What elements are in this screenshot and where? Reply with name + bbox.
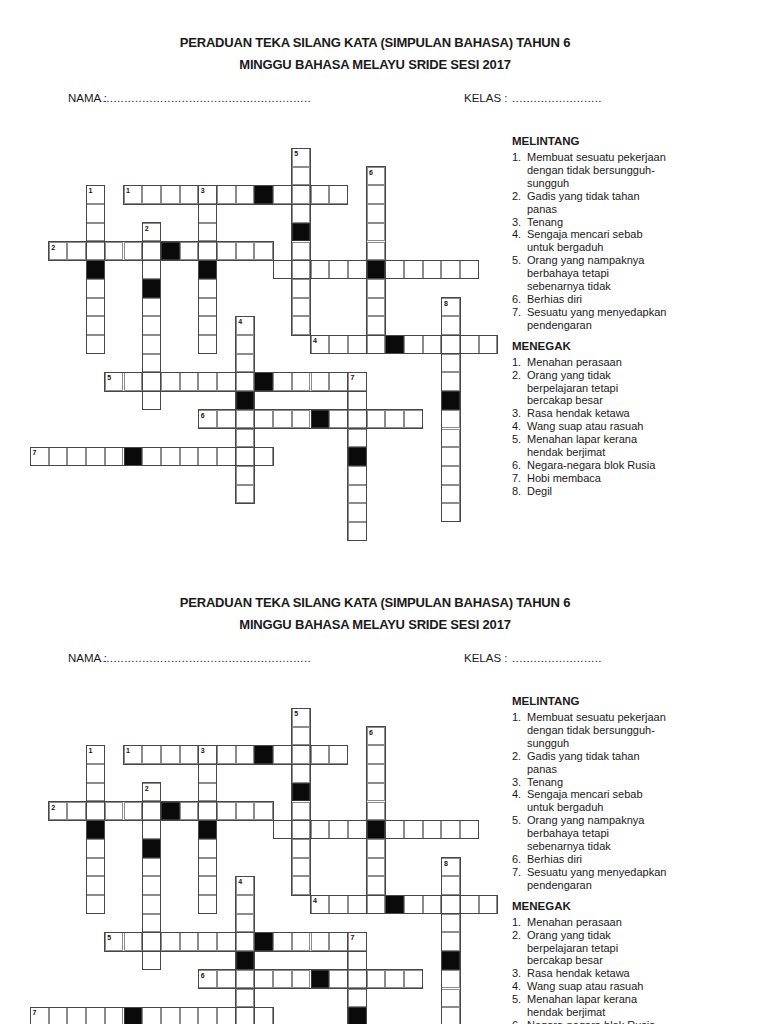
crossword-cell[interactable] xyxy=(142,876,161,895)
clue-number-label: 4 xyxy=(238,878,242,885)
crossword-cell[interactable] xyxy=(161,447,180,466)
clue-number-label: 6 xyxy=(369,729,373,736)
black-separator-cell xyxy=(161,242,180,261)
crossword-cell[interactable] xyxy=(198,447,217,466)
crossword-cell[interactable] xyxy=(273,970,292,989)
crossword-cell[interactable] xyxy=(217,242,236,261)
crossword-cell[interactable] xyxy=(441,354,460,373)
crossword-cell[interactable] xyxy=(254,447,273,466)
clue-down-5: 5.Menahan lapar kerana hendak berjimat xyxy=(512,993,766,1019)
crossword-cell[interactable] xyxy=(161,745,180,764)
crossword-cell[interactable] xyxy=(367,802,386,821)
crossword-cell[interactable] xyxy=(142,298,161,317)
crossword-cell[interactable] xyxy=(348,335,367,354)
black-separator-cell xyxy=(348,1007,367,1024)
crossword-cell[interactable] xyxy=(198,335,217,354)
crossword-cell[interactable] xyxy=(198,372,217,391)
crossword-cell[interactable] xyxy=(348,410,367,429)
class-label: KELAS : xyxy=(464,92,507,104)
crossword-cell[interactable] xyxy=(124,372,143,391)
crossword-cell[interactable] xyxy=(292,802,311,821)
crossword-cell[interactable] xyxy=(329,185,348,204)
crossword-cell[interactable] xyxy=(348,895,367,914)
class-fill-line[interactable]: ..................................... xyxy=(512,92,602,104)
crossword-cell[interactable] xyxy=(142,932,161,951)
clue-text: Negara-negara blok Rusia xyxy=(527,459,655,472)
clue-num: 5. xyxy=(512,254,527,293)
crossword-cell[interactable] xyxy=(105,1007,124,1024)
crossword-cell[interactable] xyxy=(441,1007,460,1024)
crossword-cell[interactable] xyxy=(441,316,460,335)
crossword-cell[interactable] xyxy=(367,279,386,298)
crossword-cell[interactable] xyxy=(441,410,460,429)
crossword-cell[interactable] xyxy=(236,970,255,989)
crossword-cell[interactable] xyxy=(404,895,423,914)
crossword-cell[interactable] xyxy=(180,185,199,204)
crossword-cell[interactable] xyxy=(86,876,105,895)
crossword-cell[interactable] xyxy=(367,876,386,895)
crossword-cell[interactable] xyxy=(161,1007,180,1024)
crossword-cell[interactable] xyxy=(198,858,217,877)
crossword-cell[interactable] xyxy=(142,447,161,466)
crossword-cell[interactable] xyxy=(86,802,105,821)
crossword-cell[interactable] xyxy=(161,185,180,204)
name-fill-line[interactable]: ........................................… xyxy=(99,652,311,664)
clue-text: Sengaja mencari sebab untuk bergaduh xyxy=(527,228,643,254)
crossword-cell[interactable] xyxy=(236,447,255,466)
crossword-cell[interactable] xyxy=(404,335,423,354)
crossword-cell[interactable] xyxy=(86,783,105,802)
crossword-cell[interactable] xyxy=(236,932,255,951)
crossword-cell[interactable] xyxy=(441,372,460,391)
crossword-cell[interactable] xyxy=(198,298,217,317)
crossword-cell[interactable] xyxy=(254,802,273,821)
crossword-cell[interactable] xyxy=(86,895,105,914)
crossword-cell[interactable] xyxy=(198,783,217,802)
clue-across-2: 2.Gadis yang tidak tahan panas xyxy=(512,750,766,776)
crossword-cell[interactable] xyxy=(292,167,311,186)
crossword-cell[interactable] xyxy=(460,895,479,914)
crossword-cell[interactable] xyxy=(367,895,386,914)
clue-down-3: 3.Rasa hendak ketawa xyxy=(512,407,766,420)
black-separator-cell xyxy=(161,802,180,821)
crossword-cell[interactable] xyxy=(142,185,161,204)
crossword-cell[interactable] xyxy=(423,335,442,354)
crossword-cell[interactable] xyxy=(441,447,460,466)
crossword-cell[interactable] xyxy=(311,932,330,951)
crossword-cell[interactable] xyxy=(236,410,255,429)
crossword-cell[interactable] xyxy=(142,372,161,391)
crossword-cell[interactable] xyxy=(142,260,161,279)
crossword-cell[interactable] xyxy=(236,354,255,373)
crossword-cell[interactable] xyxy=(329,820,348,839)
crossword-cell[interactable] xyxy=(329,372,348,391)
clue-number-label: 8 xyxy=(444,860,448,867)
crossword-cell[interactable] xyxy=(348,989,367,1008)
crossword-cell[interactable] xyxy=(292,298,311,317)
crossword-cell[interactable] xyxy=(404,820,423,839)
black-separator-cell xyxy=(254,745,273,764)
crossword-cell[interactable] xyxy=(273,410,292,429)
clue-number-label: 1 xyxy=(126,747,130,754)
crossword-cell[interactable] xyxy=(142,335,161,354)
clue-num: 5. xyxy=(512,993,527,1019)
crossword-cell[interactable] xyxy=(292,372,311,391)
crossword-cell[interactable] xyxy=(441,820,460,839)
crossword-cell[interactable] xyxy=(142,914,161,933)
crossword-cell[interactable] xyxy=(348,466,367,485)
clue-text: Hobi membaca xyxy=(527,472,601,485)
black-separator-cell xyxy=(236,951,255,970)
crossword-cell[interactable] xyxy=(385,260,404,279)
black-separator-cell xyxy=(311,970,330,989)
crossword-cell[interactable] xyxy=(217,745,236,764)
worksheet-page-1: PERADUAN TEKA SILANG KATA (SIMPULAN BAHA… xyxy=(0,0,768,561)
crossword-cell[interactable] xyxy=(198,932,217,951)
crossword-cell[interactable] xyxy=(105,242,124,261)
crossword-cell[interactable] xyxy=(441,429,460,448)
crossword-cell[interactable] xyxy=(86,298,105,317)
crossword-cell[interactable] xyxy=(217,185,236,204)
crossword-cell[interactable] xyxy=(198,802,217,821)
crossword-cell[interactable] xyxy=(404,260,423,279)
crossword-cell[interactable] xyxy=(236,242,255,261)
crossword-cell[interactable] xyxy=(86,316,105,335)
doc-title-line2: MINGGU BAHASA MELAYU SRIDE SESI 2017 xyxy=(0,57,750,72)
crossword-cell[interactable] xyxy=(329,335,348,354)
clue-number-label: 3 xyxy=(201,747,205,754)
crossword-cell[interactable] xyxy=(67,242,86,261)
crossword-cell[interactable] xyxy=(292,839,311,858)
crossword-cell[interactable] xyxy=(441,970,460,989)
crossword-cell[interactable] xyxy=(292,820,311,839)
crossword-cell[interactable] xyxy=(217,1007,236,1024)
clue-down-4: 4.Wang suap atau rasuah xyxy=(512,420,766,433)
crossword-cell[interactable] xyxy=(236,1007,255,1024)
crossword-cell[interactable] xyxy=(142,802,161,821)
crossword-cell[interactable] xyxy=(367,185,386,204)
crossword-cell[interactable] xyxy=(479,335,498,354)
crossword-cell[interactable] xyxy=(311,185,330,204)
black-separator-cell xyxy=(367,820,386,839)
crossword-cell[interactable] xyxy=(367,223,386,242)
crossword-cell[interactable] xyxy=(292,727,311,746)
crossword-cell[interactable] xyxy=(348,260,367,279)
crossword-cell[interactable] xyxy=(142,354,161,373)
crossword-cell[interactable] xyxy=(367,839,386,858)
crossword-cell[interactable] xyxy=(236,895,255,914)
crossword-cell[interactable] xyxy=(161,932,180,951)
crossword-cell[interactable] xyxy=(441,876,460,895)
clue-num: 6. xyxy=(512,459,527,472)
crossword-cell[interactable] xyxy=(273,185,292,204)
crossword-cell[interactable] xyxy=(311,372,330,391)
crossword-cell[interactable] xyxy=(367,298,386,317)
clue-across-3: 3.Tenang xyxy=(512,216,766,229)
crossword-cell[interactable] xyxy=(67,1007,86,1024)
crossword-cell[interactable] xyxy=(236,485,255,504)
crossword-cell[interactable] xyxy=(348,970,367,989)
crossword-cell[interactable] xyxy=(198,895,217,914)
crossword-cell[interactable] xyxy=(49,447,68,466)
crossword-cell[interactable] xyxy=(180,932,199,951)
crossword-cell[interactable] xyxy=(142,951,161,970)
clue-num: 4. xyxy=(512,228,527,254)
crossword-cell[interactable] xyxy=(105,802,124,821)
crossword-cell[interactable] xyxy=(292,279,311,298)
crossword-cell[interactable] xyxy=(86,204,105,223)
crossword-cell[interactable] xyxy=(292,316,311,335)
crossword-cell[interactable] xyxy=(217,372,236,391)
crossword-cell[interactable] xyxy=(236,372,255,391)
clue-num: 4. xyxy=(512,980,527,993)
crossword-cell[interactable] xyxy=(292,260,311,279)
crossword-cell[interactable] xyxy=(348,503,367,522)
clue-num: 3. xyxy=(512,216,527,229)
crossword-cell[interactable] xyxy=(217,970,236,989)
crossword-cell[interactable] xyxy=(292,204,311,223)
crossword-cell[interactable] xyxy=(161,372,180,391)
clue-text: Berhias diri xyxy=(527,853,582,866)
crossword-cell[interactable] xyxy=(217,410,236,429)
crossword-cell[interactable] xyxy=(124,932,143,951)
across-clue-list: 1.Membuat sesuatu pekerjaan dengan tidak… xyxy=(512,711,766,892)
crossword-cell[interactable] xyxy=(142,745,161,764)
crossword-cell[interactable] xyxy=(292,745,311,764)
crossword-cell[interactable] xyxy=(311,260,330,279)
clue-text: Orang yang nampaknya berbahaya tetapi se… xyxy=(527,814,644,853)
black-separator-cell xyxy=(198,260,217,279)
crossword-cell[interactable] xyxy=(198,223,217,242)
clue-text: Rasa hendak ketawa xyxy=(527,967,630,980)
crossword-cell[interactable] xyxy=(367,745,386,764)
crossword-cell[interactable] xyxy=(292,242,311,261)
crossword-cell[interactable] xyxy=(367,410,386,429)
black-separator-cell xyxy=(86,820,105,839)
doc-title-line1: PERADUAN TEKA SILANG KATA (SIMPULAN BAHA… xyxy=(0,595,750,610)
crossword-cell[interactable] xyxy=(273,932,292,951)
crossword-cell[interactable] xyxy=(292,858,311,877)
crossword-cell[interactable] xyxy=(124,242,143,261)
crossword-cell[interactable] xyxy=(67,802,86,821)
clue-number-label: 4 xyxy=(238,318,242,325)
clue-number-label: 8 xyxy=(444,300,448,307)
black-separator-cell xyxy=(254,185,273,204)
clue-number-label: 5 xyxy=(294,710,298,717)
clue-number-label: 1 xyxy=(89,747,93,754)
crossword-cell[interactable] xyxy=(142,316,161,335)
crossword-cell[interactable] xyxy=(367,204,386,223)
name-fill-line[interactable]: ........................................… xyxy=(99,92,311,104)
crossword-cell[interactable] xyxy=(367,335,386,354)
crossword-cell[interactable] xyxy=(292,185,311,204)
crossword-cell[interactable] xyxy=(348,391,367,410)
black-separator-cell xyxy=(254,372,273,391)
clue-across-7: 7.Sesuatu yang menyedapkan pendengaran xyxy=(512,306,766,332)
clue-number-label: 5 xyxy=(107,374,111,381)
class-fill-line[interactable]: ..................................... xyxy=(512,652,602,664)
crossword-cell[interactable] xyxy=(348,429,367,448)
crossword-cell[interactable] xyxy=(236,914,255,933)
crossword-cell[interactable] xyxy=(142,1007,161,1024)
crossword-cell[interactable] xyxy=(180,802,199,821)
crossword-cell[interactable] xyxy=(404,970,423,989)
black-separator-cell xyxy=(198,820,217,839)
crossword-cell[interactable] xyxy=(460,260,479,279)
crossword-cell[interactable] xyxy=(86,764,105,783)
crossword-cell[interactable] xyxy=(292,876,311,895)
clue-number-label: 1 xyxy=(126,187,130,194)
crossword-cell[interactable] xyxy=(180,1007,199,1024)
crossword-cell[interactable] xyxy=(292,410,311,429)
crossword-cell[interactable] xyxy=(236,466,255,485)
crossword-cell[interactable] xyxy=(217,932,236,951)
crossword-cell[interactable] xyxy=(67,447,86,466)
crossword-cell[interactable] xyxy=(441,335,460,354)
crossword-cell[interactable] xyxy=(311,820,330,839)
crossword-cell[interactable] xyxy=(86,447,105,466)
crossword-cell[interactable] xyxy=(142,391,161,410)
crossword-cell[interactable] xyxy=(441,260,460,279)
crossword-cell[interactable] xyxy=(198,764,217,783)
crossword-cell[interactable] xyxy=(49,1007,68,1024)
crossword-cell[interactable] xyxy=(86,242,105,261)
crossword-cell[interactable] xyxy=(348,485,367,504)
crossword-cell[interactable] xyxy=(180,242,199,261)
clue-num: 8. xyxy=(512,485,527,498)
crossword-cell[interactable] xyxy=(180,745,199,764)
crossword-cell[interactable] xyxy=(142,858,161,877)
crossword-cell[interactable] xyxy=(86,858,105,877)
crossword-cell[interactable] xyxy=(292,764,311,783)
clue-across-3: 3.Tenang xyxy=(512,776,766,789)
crossword-cell[interactable] xyxy=(441,485,460,504)
crossword-cell[interactable] xyxy=(198,1007,217,1024)
crossword-cell[interactable] xyxy=(217,802,236,821)
crossword-cell[interactable] xyxy=(236,185,255,204)
crossword-cell[interactable] xyxy=(86,1007,105,1024)
crossword-cell[interactable] xyxy=(86,279,105,298)
down-clue-list: 1.Menahan perasaan2.Orang yang tidak ber… xyxy=(512,356,766,498)
crossword-cell[interactable] xyxy=(273,372,292,391)
crossword-cell[interactable] xyxy=(273,745,292,764)
clue-across-4: 4.Sengaja mencari sebab untuk bergaduh xyxy=(512,788,766,814)
crossword-cell[interactable] xyxy=(236,429,255,448)
crossword-cell[interactable] xyxy=(198,839,217,858)
black-separator-cell xyxy=(142,279,161,298)
crossword-cell[interactable] xyxy=(385,410,404,429)
class-label: KELAS : xyxy=(464,652,507,664)
clue-across-1: 1.Membuat sesuatu pekerjaan dengan tidak… xyxy=(512,151,766,190)
crossword-cell[interactable] xyxy=(367,242,386,261)
crossword-cell[interactable] xyxy=(441,895,460,914)
crossword-cell[interactable] xyxy=(423,895,442,914)
crossword-cell[interactable] xyxy=(236,335,255,354)
crossword-cell[interactable] xyxy=(329,932,348,951)
crossword-cell[interactable] xyxy=(236,989,255,1008)
crossword-cell[interactable] xyxy=(254,970,273,989)
crossword-cell[interactable] xyxy=(441,503,460,522)
crossword-cell[interactable] xyxy=(86,839,105,858)
black-separator-cell xyxy=(311,410,330,429)
crossword-cell[interactable] xyxy=(180,447,199,466)
crossword-cell[interactable] xyxy=(460,335,479,354)
across-clue-list: 1.Membuat sesuatu pekerjaan dengan tidak… xyxy=(512,151,766,332)
crossword-cell[interactable] xyxy=(441,989,460,1008)
crossword-cell[interactable] xyxy=(367,764,386,783)
crossword-cell[interactable] xyxy=(236,802,255,821)
crossword-cell[interactable] xyxy=(348,820,367,839)
crossword-cell[interactable] xyxy=(273,820,292,839)
crossword-cell[interactable] xyxy=(460,820,479,839)
crossword-cell[interactable] xyxy=(198,204,217,223)
crossword-cell[interactable] xyxy=(142,820,161,839)
crossword-cell[interactable] xyxy=(404,410,423,429)
crossword-cell[interactable] xyxy=(198,242,217,261)
crossword-cell[interactable] xyxy=(142,895,161,914)
crossword-cell[interactable] xyxy=(441,466,460,485)
crossword-cell[interactable] xyxy=(292,970,311,989)
crossword-cell[interactable] xyxy=(86,223,105,242)
crossword-cell[interactable] xyxy=(385,820,404,839)
crossword-cell[interactable] xyxy=(348,951,367,970)
clue-number-label: 3 xyxy=(201,187,205,194)
crossword-cell[interactable] xyxy=(329,745,348,764)
crossword-cell[interactable] xyxy=(423,820,442,839)
crossword-cell[interactable] xyxy=(367,970,386,989)
crossword-cell[interactable] xyxy=(86,335,105,354)
clue-number-label: 6 xyxy=(369,169,373,176)
clue-num: 7. xyxy=(512,866,527,892)
crossword-cell[interactable] xyxy=(367,783,386,802)
crossword-cell[interactable] xyxy=(367,858,386,877)
crossword-cell[interactable] xyxy=(329,260,348,279)
clue-down-6: 6.Negara-negara blok Rusia xyxy=(512,1019,766,1024)
clue-number-label: 4 xyxy=(313,337,317,344)
crossword-cell[interactable] xyxy=(385,970,404,989)
crossword-cell[interactable] xyxy=(254,410,273,429)
crossword-cell[interactable] xyxy=(236,745,255,764)
crossword-cell[interactable] xyxy=(441,932,460,951)
crossword-cell[interactable] xyxy=(180,372,199,391)
crossword-cell[interactable] xyxy=(198,316,217,335)
crossword-cell[interactable] xyxy=(329,410,348,429)
crossword-cell[interactable] xyxy=(348,522,367,541)
black-separator-cell xyxy=(292,223,311,242)
crossword-cell[interactable] xyxy=(254,1007,273,1024)
crossword-cell[interactable] xyxy=(329,895,348,914)
clue-number-label: 2 xyxy=(145,785,149,792)
crossword-cell[interactable] xyxy=(142,242,161,261)
clue-text: Orang yang nampaknya berbahaya tetapi se… xyxy=(527,254,644,293)
crossword-cell[interactable] xyxy=(105,447,124,466)
black-separator-cell xyxy=(124,447,143,466)
crossword-cell[interactable] xyxy=(273,260,292,279)
crossword-cell[interactable] xyxy=(292,932,311,951)
crossword-cell[interactable] xyxy=(254,242,273,261)
crossword-cell[interactable] xyxy=(367,316,386,335)
crossword-cell[interactable] xyxy=(311,745,330,764)
crossword-cell[interactable] xyxy=(479,895,498,914)
crossword-cell[interactable] xyxy=(441,914,460,933)
crossword-cell[interactable] xyxy=(423,260,442,279)
crossword-cell[interactable] xyxy=(217,447,236,466)
black-separator-cell xyxy=(385,895,404,914)
crossword-cell[interactable] xyxy=(198,279,217,298)
crossword-cell[interactable] xyxy=(198,876,217,895)
crossword-cell[interactable] xyxy=(124,802,143,821)
crossword-cell[interactable] xyxy=(329,970,348,989)
